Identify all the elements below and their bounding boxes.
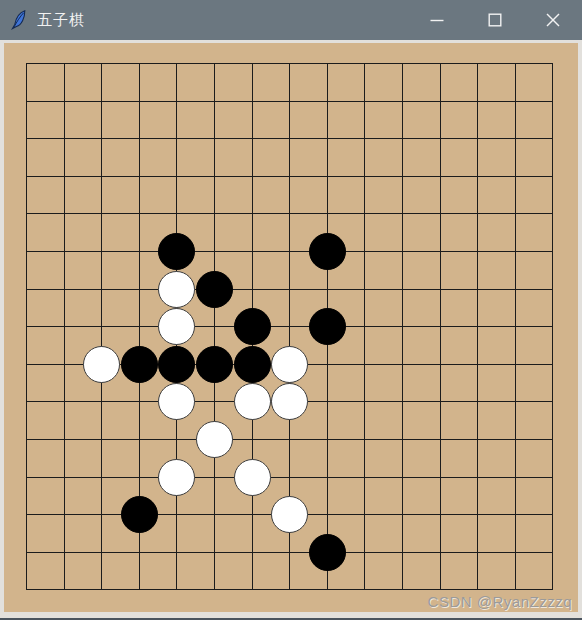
black-stone [309, 534, 346, 571]
black-stone [121, 346, 158, 383]
white-stone [271, 383, 308, 420]
watermark: CSDN @RyanZzzzq [428, 593, 572, 610]
board-canvas[interactable] [4, 43, 578, 612]
white-stone [234, 383, 271, 420]
white-stone [83, 346, 120, 383]
app-window: 五子棋 CSDN @Ryan [0, 0, 582, 620]
white-stone [271, 496, 308, 533]
tk-feather-icon [9, 9, 29, 31]
black-stone [234, 346, 271, 383]
black-stone [158, 233, 195, 270]
window-title: 五子棋 [37, 11, 85, 30]
white-stone [158, 308, 195, 345]
white-stone [271, 346, 308, 383]
close-button[interactable] [524, 0, 582, 40]
black-stone [234, 308, 271, 345]
close-icon [546, 13, 560, 27]
maximize-button[interactable] [466, 0, 524, 40]
black-stone [158, 346, 195, 383]
client-area: CSDN @RyanZzzzq [0, 40, 582, 620]
white-stone [196, 421, 233, 458]
white-stone [158, 271, 195, 308]
black-stone [196, 346, 233, 383]
minimize-button[interactable] [408, 0, 466, 40]
black-stone [121, 496, 158, 533]
minimize-icon [430, 13, 444, 27]
black-stone [309, 308, 346, 345]
white-stone [158, 383, 195, 420]
stone-layer [4, 43, 578, 612]
window-controls [408, 0, 582, 40]
white-stone [158, 459, 195, 496]
title-bar: 五子棋 [0, 0, 582, 40]
black-stone [309, 233, 346, 270]
black-stone [196, 271, 233, 308]
maximize-icon [488, 13, 502, 27]
white-stone [234, 459, 271, 496]
